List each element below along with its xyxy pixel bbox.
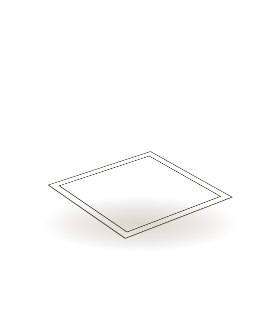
box-foot (50, 199, 56, 208)
box-foot (128, 248, 138, 257)
box-foot (116, 246, 123, 257)
chess-set-photo (0, 0, 270, 320)
